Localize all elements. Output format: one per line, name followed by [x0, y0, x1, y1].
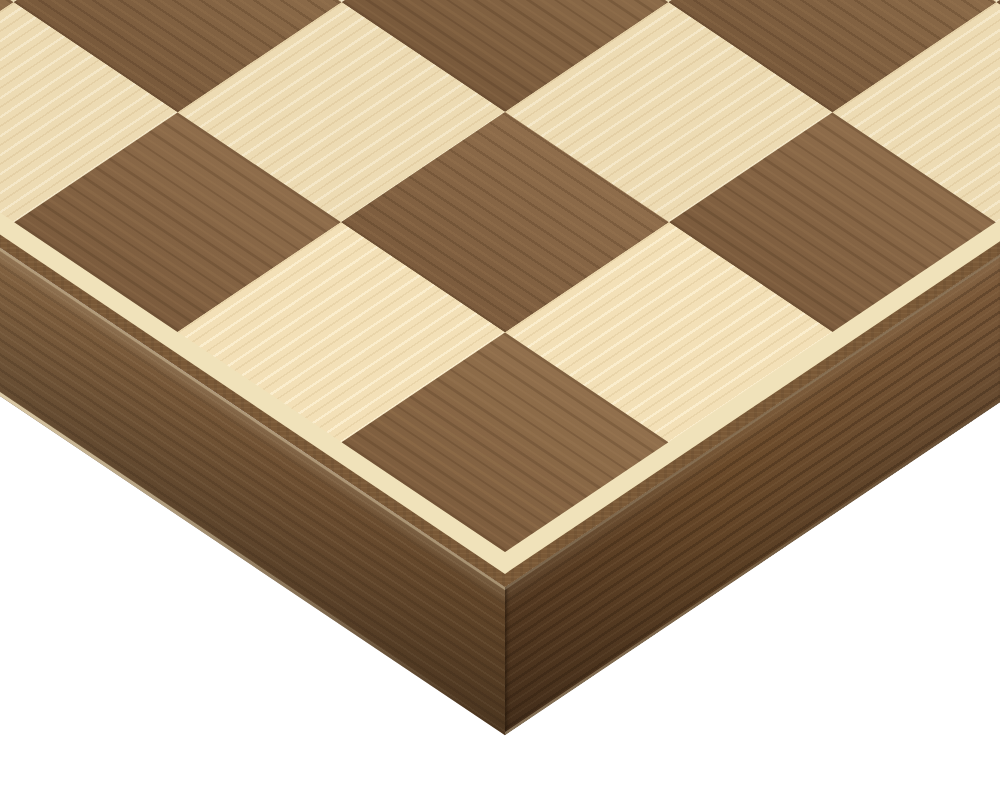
chessboard-photo — [0, 0, 1000, 800]
